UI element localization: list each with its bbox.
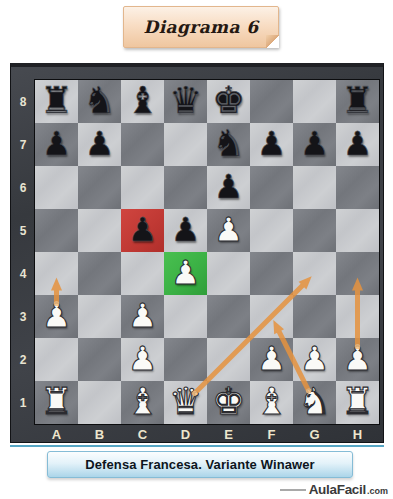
square-b7: ♟ [78, 123, 121, 166]
rank-label-2: 2 [11, 338, 35, 381]
white-pawn-d4: ♟ [171, 256, 201, 289]
square-e5: ♟ [207, 209, 250, 252]
square-a4 [35, 252, 78, 295]
black-king-e8: ♚ [212, 82, 245, 119]
square-h2: ♟ [336, 338, 379, 381]
white-pawn-h2: ♟ [343, 342, 373, 375]
white-pawn-a3: ♟ [42, 299, 72, 332]
board-squares: ♜♞♝♛♚♜♟♟♞♟♟♟♟♟♟♟♟♟♟♟♟♟♟♜♝♛♚♝♞♜ [35, 80, 379, 424]
square-b8: ♞ [78, 80, 121, 123]
caption-banner: Defensa Francesa. Variante Winawer [47, 451, 353, 478]
square-d6 [164, 166, 207, 209]
rank-labels: 87654321 [11, 80, 35, 424]
rank-label-1: 1 [11, 381, 35, 424]
rank-label-4: 4 [11, 252, 35, 295]
square-e7: ♞ [207, 123, 250, 166]
white-rook-h1: ♜ [341, 383, 374, 420]
square-e8: ♚ [207, 80, 250, 123]
square-g7: ♟ [293, 123, 336, 166]
square-h3 [336, 295, 379, 338]
square-c7 [121, 123, 164, 166]
square-g3 [293, 295, 336, 338]
file-label-d: D [164, 425, 207, 445]
square-h5 [336, 209, 379, 252]
black-pawn-e6: ♟ [214, 170, 244, 203]
square-a5 [35, 209, 78, 252]
black-queen-d8: ♛ [169, 82, 202, 119]
square-a3: ♟ [35, 295, 78, 338]
file-label-h: H [336, 425, 379, 445]
black-rook-a8: ♜ [40, 82, 73, 119]
square-a2 [35, 338, 78, 381]
white-queen-d1: ♛ [169, 383, 202, 420]
square-c5: ♟ [121, 209, 164, 252]
white-pawn-f2: ♟ [257, 342, 287, 375]
watermark-brand: AulaFacil [309, 482, 366, 497]
watermark-line [280, 489, 306, 491]
square-b5 [78, 209, 121, 252]
file-label-b: B [78, 425, 121, 445]
board-underline [10, 445, 384, 447]
white-pawn-e5: ♟ [214, 213, 244, 246]
square-a6 [35, 166, 78, 209]
square-f7: ♟ [250, 123, 293, 166]
square-d4: ♟ [164, 252, 207, 295]
square-d2 [164, 338, 207, 381]
black-knight-b8: ♞ [83, 82, 116, 119]
square-d7 [164, 123, 207, 166]
white-pawn-c3: ♟ [128, 299, 158, 332]
white-bishop-c1: ♝ [126, 383, 159, 420]
square-f4 [250, 252, 293, 295]
black-knight-e7: ♞ [212, 125, 245, 162]
square-b3 [78, 295, 121, 338]
square-b1 [78, 381, 121, 424]
page: Diagrama 6 87654321 ♜♞♝♛♚♜♟♟♞♟♟♟♟♟♟♟♟♟♟♟… [0, 0, 393, 499]
square-b4 [78, 252, 121, 295]
square-f8 [250, 80, 293, 123]
square-g8 [293, 80, 336, 123]
black-rook-h8: ♜ [341, 82, 374, 119]
square-e1: ♚ [207, 381, 250, 424]
chess-board: 87654321 ♜♞♝♛♚♜♟♟♞♟♟♟♟♟♟♟♟♟♟♟♟♟♟♜♝♛♚♝♞♜ … [10, 63, 384, 443]
file-labels: ABCDEFGH [35, 425, 379, 445]
file-label-f: F [250, 425, 293, 445]
square-h4 [336, 252, 379, 295]
square-c2: ♟ [121, 338, 164, 381]
square-a7: ♟ [35, 123, 78, 166]
square-f6 [250, 166, 293, 209]
square-d3 [164, 295, 207, 338]
square-f3 [250, 295, 293, 338]
square-e4 [207, 252, 250, 295]
black-pawn-a7: ♟ [42, 127, 72, 160]
square-g4 [293, 252, 336, 295]
square-f5 [250, 209, 293, 252]
square-d1: ♛ [164, 381, 207, 424]
file-label-a: A [35, 425, 78, 445]
square-e2 [207, 338, 250, 381]
rank-label-7: 7 [11, 123, 35, 166]
square-h6 [336, 166, 379, 209]
square-g6 [293, 166, 336, 209]
rank-label-5: 5 [11, 209, 35, 252]
square-e3 [207, 295, 250, 338]
black-pawn-g7: ♟ [300, 127, 330, 160]
square-c4 [121, 252, 164, 295]
black-pawn-b7: ♟ [85, 127, 115, 160]
square-h8: ♜ [336, 80, 379, 123]
square-f2: ♟ [250, 338, 293, 381]
square-g5 [293, 209, 336, 252]
square-h7: ♟ [336, 123, 379, 166]
square-c3: ♟ [121, 295, 164, 338]
square-c6 [121, 166, 164, 209]
watermark: AulaFacil .com [280, 482, 388, 497]
square-a8: ♜ [35, 80, 78, 123]
square-b6 [78, 166, 121, 209]
white-pawn-g2: ♟ [300, 342, 330, 375]
white-bishop-f1: ♝ [255, 383, 288, 420]
white-rook-a1: ♜ [40, 383, 73, 420]
rank-label-3: 3 [11, 295, 35, 338]
black-pawn-d5: ♟ [171, 213, 201, 246]
rank-label-8: 8 [11, 80, 35, 123]
square-a1: ♜ [35, 381, 78, 424]
title-banner: Diagrama 6 [123, 6, 279, 48]
square-d8: ♛ [164, 80, 207, 123]
black-pawn-f7: ♟ [257, 127, 287, 160]
square-f1: ♝ [250, 381, 293, 424]
file-label-g: G [293, 425, 336, 445]
file-label-e: E [207, 425, 250, 445]
white-pawn-c2: ♟ [128, 342, 158, 375]
square-d5: ♟ [164, 209, 207, 252]
watermark-tld: .com [367, 483, 388, 496]
white-knight-g1: ♞ [298, 383, 331, 420]
black-bishop-c8: ♝ [126, 82, 159, 119]
rank-label-6: 6 [11, 166, 35, 209]
square-g2: ♟ [293, 338, 336, 381]
white-king-e1: ♚ [212, 383, 245, 420]
square-h1: ♜ [336, 381, 379, 424]
black-pawn-c5: ♟ [128, 213, 158, 246]
square-c1: ♝ [121, 381, 164, 424]
square-g1: ♞ [293, 381, 336, 424]
square-b2 [78, 338, 121, 381]
square-c8: ♝ [121, 80, 164, 123]
title-text: Diagrama 6 [144, 17, 259, 37]
file-label-c: C [121, 425, 164, 445]
black-pawn-h7: ♟ [343, 127, 373, 160]
square-e6: ♟ [207, 166, 250, 209]
caption-text: Defensa Francesa. Variante Winawer [85, 457, 314, 472]
